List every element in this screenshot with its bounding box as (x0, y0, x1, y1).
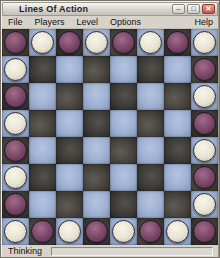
menu-players[interactable]: Players (29, 16, 71, 28)
piece-white[interactable]: ● (4, 58, 27, 81)
status-progress-field (51, 247, 213, 256)
piece-purple[interactable]: ● (193, 112, 216, 135)
piece-purple[interactable]: ● (193, 220, 216, 243)
square-c6[interactable] (56, 83, 83, 110)
menu-file[interactable]: File (2, 16, 29, 28)
piece-purple[interactable]: ● (31, 220, 54, 243)
status-label: Thinking (8, 246, 42, 257)
square-a5[interactable]: ● (2, 110, 29, 137)
piece-purple[interactable]: ● (58, 31, 81, 54)
square-f5[interactable] (137, 110, 164, 137)
square-g2[interactable] (164, 191, 191, 218)
square-c7[interactable] (56, 56, 83, 83)
square-d5[interactable] (83, 110, 110, 137)
piece-white[interactable]: ● (31, 31, 54, 54)
square-h5[interactable]: ● (191, 110, 218, 137)
square-c5[interactable] (56, 110, 83, 137)
square-f2[interactable] (137, 191, 164, 218)
square-g8[interactable]: ● (164, 29, 191, 56)
piece-purple[interactable]: ● (4, 31, 27, 54)
minimize-button[interactable]: – (172, 4, 185, 14)
piece-purple[interactable]: ● (4, 85, 27, 108)
square-b6[interactable] (29, 83, 56, 110)
square-e4[interactable] (110, 137, 137, 164)
piece-purple[interactable]: ● (139, 220, 162, 243)
square-g3[interactable] (164, 164, 191, 191)
square-a6[interactable]: ● (2, 83, 29, 110)
square-h6[interactable]: ● (191, 83, 218, 110)
square-e8[interactable]: ● (110, 29, 137, 56)
piece-white[interactable]: ● (112, 220, 135, 243)
square-d3[interactable] (83, 164, 110, 191)
piece-purple[interactable]: ● (193, 166, 216, 189)
square-c1[interactable]: ● (56, 218, 83, 245)
square-a1[interactable]: ● (2, 218, 29, 245)
square-f7[interactable] (137, 56, 164, 83)
square-h4[interactable]: ● (191, 137, 218, 164)
square-g5[interactable] (164, 110, 191, 137)
square-c4[interactable] (56, 137, 83, 164)
piece-white[interactable]: ● (4, 112, 27, 135)
piece-white[interactable]: ● (58, 220, 81, 243)
square-d4[interactable] (83, 137, 110, 164)
square-h3[interactable]: ● (191, 164, 218, 191)
close-button[interactable]: ✕ (202, 4, 215, 14)
square-d2[interactable] (83, 191, 110, 218)
piece-white[interactable]: ● (85, 31, 108, 54)
square-e1[interactable]: ● (110, 218, 137, 245)
piece-white[interactable]: ● (193, 193, 216, 216)
piece-white[interactable]: ● (139, 31, 162, 54)
square-d6[interactable] (83, 83, 110, 110)
square-b3[interactable] (29, 164, 56, 191)
menu-level[interactable]: Level (71, 16, 105, 28)
square-c8[interactable]: ● (56, 29, 83, 56)
square-b7[interactable] (29, 56, 56, 83)
square-a4[interactable]: ● (2, 137, 29, 164)
square-g4[interactable] (164, 137, 191, 164)
square-h2[interactable]: ● (191, 191, 218, 218)
square-h8[interactable]: ● (191, 29, 218, 56)
piece-purple[interactable]: ● (4, 139, 27, 162)
square-f1[interactable]: ● (137, 218, 164, 245)
square-a8[interactable]: ● (2, 29, 29, 56)
square-b8[interactable]: ● (29, 29, 56, 56)
square-h1[interactable]: ● (191, 218, 218, 245)
square-d8[interactable]: ● (83, 29, 110, 56)
square-f4[interactable] (137, 137, 164, 164)
menubar: FilePlayersLevelOptions Help (2, 16, 218, 29)
piece-purple[interactable]: ● (193, 58, 216, 81)
square-g7[interactable] (164, 56, 191, 83)
piece-white[interactable]: ● (193, 85, 216, 108)
piece-white[interactable]: ● (166, 220, 189, 243)
square-b5[interactable] (29, 110, 56, 137)
app-window: Lines Of Action – □ ✕ FilePlayersLevelOp… (0, 0, 220, 258)
menu-help[interactable]: Help (188, 16, 218, 28)
square-e5[interactable] (110, 110, 137, 137)
square-b1[interactable]: ● (29, 218, 56, 245)
square-c2[interactable] (56, 191, 83, 218)
statusbar: Thinking (2, 245, 218, 258)
window-title: Lines Of Action (3, 3, 88, 15)
square-a7[interactable]: ● (2, 56, 29, 83)
piece-white[interactable]: ● (4, 220, 27, 243)
square-e2[interactable] (110, 191, 137, 218)
square-e6[interactable] (110, 83, 137, 110)
menu-options[interactable]: Options (104, 16, 147, 28)
board: ●●●●●●●●●●●●●●●●●●●●●●●●●●●● (2, 29, 218, 245)
piece-purple[interactable]: ● (85, 220, 108, 243)
square-e7[interactable] (110, 56, 137, 83)
piece-purple[interactable]: ● (166, 31, 189, 54)
window-controls: – □ ✕ (172, 4, 215, 14)
square-b4[interactable] (29, 137, 56, 164)
square-h7[interactable]: ● (191, 56, 218, 83)
maximize-button[interactable]: □ (187, 4, 200, 14)
square-a3[interactable]: ● (2, 164, 29, 191)
square-g1[interactable]: ● (164, 218, 191, 245)
square-f8[interactable]: ● (137, 29, 164, 56)
piece-purple[interactable]: ● (4, 193, 27, 216)
square-f6[interactable] (137, 83, 164, 110)
square-d1[interactable]: ● (83, 218, 110, 245)
piece-white[interactable]: ● (193, 139, 216, 162)
piece-white[interactable]: ● (193, 31, 216, 54)
menu-items: FilePlayersLevelOptions (2, 16, 147, 28)
square-d7[interactable] (83, 56, 110, 83)
square-b2[interactable] (29, 191, 56, 218)
titlebar[interactable]: Lines Of Action – □ ✕ (2, 2, 218, 16)
square-a2[interactable]: ● (2, 191, 29, 218)
square-g6[interactable] (164, 83, 191, 110)
square-c3[interactable] (56, 164, 83, 191)
piece-purple[interactable]: ● (112, 31, 135, 54)
piece-white[interactable]: ● (4, 166, 27, 189)
square-f3[interactable] (137, 164, 164, 191)
square-e3[interactable] (110, 164, 137, 191)
